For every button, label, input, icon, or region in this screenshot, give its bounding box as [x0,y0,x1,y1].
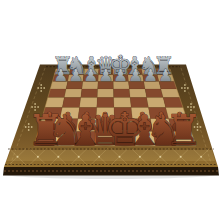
board-square [97,89,113,98]
chess-piece-silver-p: ♟ [83,66,98,85]
board-square [114,89,131,98]
board-side-edge [3,167,219,176]
chess-piece-silver-p: ♟ [158,66,173,85]
chess-piece-silver-p: ♟ [143,66,158,85]
chess-piece-silver-p: ♟ [128,66,143,85]
board-square [64,89,82,98]
chess-piece-copper-r: ♜ [165,106,203,155]
chess-piece-silver-p: ♟ [54,66,69,85]
chess-piece-silver-p: ♟ [68,66,83,85]
board-square [81,89,98,98]
board-square [129,89,146,98]
chess-piece-silver-p: ♟ [98,66,113,85]
board-square [145,89,163,98]
chess-set-photo: ♜♞♝♛♚♝♞♜♟♟♟♟♟♟♟♟♟♟♟♟♟♟♟♟♜♞♝♛♚♝♞♜ [0,0,222,222]
chess-piece-silver-p: ♟ [113,66,128,85]
board-square [48,89,66,98]
chess-board: ♜♞♝♛♚♝♞♜♟♟♟♟♟♟♟♟♟♟♟♟♟♟♟♟♜♞♝♛♚♝♞♜ [0,0,222,222]
